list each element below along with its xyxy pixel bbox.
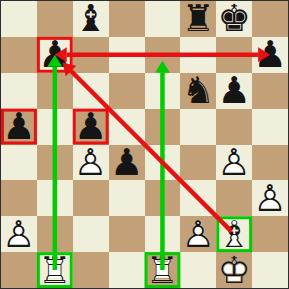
square-b3[interactable] [37, 180, 73, 216]
square-b2[interactable] [37, 216, 73, 252]
black-pawn-c5[interactable]: ♟ [73, 109, 109, 145]
white-pawn-g4[interactable]: ♟♙ [216, 145, 252, 181]
square-e3[interactable] [145, 180, 181, 216]
square-c1[interactable] [73, 252, 109, 288]
black-king-icon: ♚ [216, 1, 252, 37]
square-c2[interactable] [73, 216, 109, 252]
square-a2[interactable]: ♟♙ [1, 216, 37, 252]
square-d5[interactable] [109, 109, 145, 145]
square-d1[interactable] [109, 252, 145, 288]
square-g8[interactable]: ♚ [216, 1, 252, 37]
chess-board: ♝♜♚♟♟♞♟♟♟♟♙♟♟♙♟♙♟♙♟♙♝♗♜♖♜♖♚♔ [0, 0, 289, 289]
white-pawn-c4[interactable]: ♟♙ [73, 145, 109, 181]
square-h6[interactable] [252, 73, 288, 109]
square-h2[interactable] [252, 216, 288, 252]
square-f6[interactable]: ♞ [180, 73, 216, 109]
square-f2[interactable]: ♟♙ [180, 216, 216, 252]
square-f8[interactable]: ♜ [180, 1, 216, 37]
square-g1[interactable]: ♚♔ [216, 252, 252, 288]
square-f1[interactable] [180, 252, 216, 288]
square-h5[interactable] [252, 109, 288, 145]
white-pawn-icon: ♙ [73, 145, 109, 181]
black-pawn-g6[interactable]: ♟ [216, 73, 252, 109]
square-a6[interactable] [1, 73, 37, 109]
black-pawn-icon: ♟ [37, 37, 73, 73]
black-pawn-icon: ♟ [109, 145, 145, 181]
black-knight-f6[interactable]: ♞ [180, 73, 216, 109]
black-rook-f8[interactable]: ♜ [180, 1, 216, 37]
square-e5[interactable] [145, 109, 181, 145]
square-b1[interactable]: ♜♖ [37, 252, 73, 288]
square-e1[interactable]: ♜♖ [145, 252, 181, 288]
black-king-g8[interactable]: ♚ [216, 1, 252, 37]
square-f4[interactable] [180, 145, 216, 181]
square-a7[interactable] [1, 37, 37, 73]
white-rook-e1[interactable]: ♜♖ [145, 252, 181, 288]
square-d8[interactable] [109, 1, 145, 37]
black-pawn-b7[interactable]: ♟ [37, 37, 73, 73]
square-b6[interactable] [37, 73, 73, 109]
square-b7[interactable]: ♟ [37, 37, 73, 73]
white-king-g1[interactable]: ♚♔ [216, 252, 252, 288]
chess-board-wrap: ♝♜♚♟♟♞♟♟♟♟♙♟♟♙♟♙♟♙♟♙♝♗♜♖♜♖♚♔ [0, 0, 289, 289]
square-d2[interactable] [109, 216, 145, 252]
square-g7[interactable] [216, 37, 252, 73]
square-a1[interactable] [1, 252, 37, 288]
square-c8[interactable]: ♝ [73, 1, 109, 37]
white-pawn-icon: ♙ [216, 145, 252, 181]
square-c6[interactable] [73, 73, 109, 109]
black-pawn-icon: ♟ [73, 109, 109, 145]
square-c5[interactable]: ♟ [73, 109, 109, 145]
square-h8[interactable] [252, 1, 288, 37]
square-f5[interactable] [180, 109, 216, 145]
square-a4[interactable] [1, 145, 37, 181]
white-king-icon: ♔ [216, 252, 252, 288]
square-d6[interactable] [109, 73, 145, 109]
black-pawn-a5[interactable]: ♟ [1, 109, 37, 145]
black-pawn-icon: ♟ [252, 37, 288, 73]
square-b4[interactable] [37, 145, 73, 181]
white-pawn-h3[interactable]: ♟♙ [252, 180, 288, 216]
square-a3[interactable] [1, 180, 37, 216]
square-a5[interactable]: ♟ [1, 109, 37, 145]
square-g5[interactable] [216, 109, 252, 145]
square-h4[interactable] [252, 145, 288, 181]
square-e7[interactable] [145, 37, 181, 73]
square-h7[interactable]: ♟ [252, 37, 288, 73]
black-pawn-d4[interactable]: ♟ [109, 145, 145, 181]
white-rook-b1[interactable]: ♜♖ [37, 252, 73, 288]
square-c7[interactable] [73, 37, 109, 73]
square-d3[interactable] [109, 180, 145, 216]
black-pawn-h7[interactable]: ♟ [252, 37, 288, 73]
white-pawn-icon: ♙ [1, 216, 37, 252]
square-b5[interactable] [37, 109, 73, 145]
square-g3[interactable] [216, 180, 252, 216]
black-bishop-icon: ♝ [73, 1, 109, 37]
black-pawn-icon: ♟ [216, 73, 252, 109]
square-c4[interactable]: ♟♙ [73, 145, 109, 181]
square-b8[interactable] [37, 1, 73, 37]
black-rook-icon: ♜ [180, 1, 216, 37]
white-bishop-icon: ♗ [216, 216, 252, 252]
black-bishop-c8[interactable]: ♝ [73, 1, 109, 37]
white-bishop-g2[interactable]: ♝♗ [216, 216, 252, 252]
square-g2[interactable]: ♝♗ [216, 216, 252, 252]
square-f3[interactable] [180, 180, 216, 216]
white-rook-icon: ♖ [145, 252, 181, 288]
white-rook-icon: ♖ [37, 252, 73, 288]
white-pawn-f2[interactable]: ♟♙ [180, 216, 216, 252]
square-a8[interactable] [1, 1, 37, 37]
black-knight-icon: ♞ [180, 73, 216, 109]
white-pawn-icon: ♙ [252, 180, 288, 216]
black-pawn-icon: ♟ [1, 109, 37, 145]
square-d4[interactable]: ♟ [109, 145, 145, 181]
white-pawn-a2[interactable]: ♟♙ [1, 216, 37, 252]
square-e4[interactable] [145, 145, 181, 181]
square-e8[interactable] [145, 1, 181, 37]
square-h1[interactable] [252, 252, 288, 288]
square-e6[interactable] [145, 73, 181, 109]
square-e2[interactable] [145, 216, 181, 252]
square-g6[interactable]: ♟ [216, 73, 252, 109]
square-d7[interactable] [109, 37, 145, 73]
square-c3[interactable] [73, 180, 109, 216]
square-h3[interactable]: ♟♙ [252, 180, 288, 216]
white-pawn-icon: ♙ [180, 216, 216, 252]
square-g4[interactable]: ♟♙ [216, 145, 252, 181]
square-f7[interactable] [180, 37, 216, 73]
